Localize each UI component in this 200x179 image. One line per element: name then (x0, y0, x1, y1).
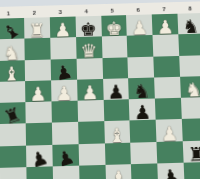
square-h4[interactable] (79, 165, 106, 179)
square-a5[interactable]: ♚ (101, 15, 127, 37)
square-a7[interactable]: ♟ (152, 14, 178, 36)
square-c4[interactable] (76, 58, 102, 80)
square-f4[interactable] (78, 121, 105, 143)
square-b8[interactable] (178, 34, 200, 56)
square-e4[interactable] (77, 100, 104, 122)
square-e3[interactable] (51, 101, 77, 123)
square-h5[interactable]: ♟ (105, 164, 132, 179)
square-c5[interactable] (102, 57, 128, 79)
square-g7[interactable] (157, 141, 184, 163)
square-d3[interactable]: ♟ (51, 79, 77, 101)
square-g3[interactable]: ♟ (52, 144, 79, 166)
square-f3[interactable] (52, 122, 79, 144)
square-g4[interactable] (78, 143, 105, 165)
square-c2[interactable] (25, 59, 51, 81)
square-b5[interactable] (101, 36, 127, 58)
square-b6[interactable] (127, 35, 153, 57)
square-e6[interactable]: ♟ (129, 99, 156, 121)
square-d5[interactable]: ♟ (103, 78, 130, 100)
piece-black-pawn[interactable]: ♟ (161, 166, 182, 179)
square-e5[interactable] (103, 99, 130, 121)
square-f8[interactable] (182, 118, 200, 140)
square-b7[interactable] (153, 35, 180, 57)
square-a6[interactable]: ♟ (126, 14, 152, 36)
square-a3[interactable]: ♟ (50, 17, 76, 39)
square-d7[interactable] (154, 77, 181, 99)
square-h2[interactable] (26, 166, 53, 179)
square-c3[interactable]: ♟ (50, 58, 76, 80)
square-d8[interactable]: ♞ (180, 76, 200, 98)
board-grid: ♝♜♟♚♚♟♟♞♞♛♝♟♟♟♟♟♞♞♜♟♝♟♟♟♜♟♟ (0, 13, 200, 179)
square-f7[interactable]: ♟ (156, 119, 183, 141)
square-c1[interactable]: ♝ (0, 60, 25, 82)
square-f5[interactable]: ♝ (104, 121, 131, 143)
square-e2[interactable] (25, 101, 51, 123)
square-d4[interactable]: ♟ (77, 79, 103, 101)
square-b1[interactable]: ♞ (0, 39, 25, 61)
square-c8[interactable] (179, 55, 200, 77)
square-h3[interactable] (52, 165, 79, 179)
square-b3[interactable] (50, 37, 76, 59)
square-g6[interactable] (131, 141, 158, 163)
square-g5[interactable] (104, 142, 131, 164)
square-c6[interactable] (128, 56, 155, 78)
square-g1[interactable] (0, 145, 26, 167)
chessboard-photo: 12345678 ♝♜♟♚♚♟♟♞♞♛♝♟♟♟♟♟♞♞♜♟♝♟♟♟♜♟♟ (0, 0, 200, 179)
square-h6[interactable] (131, 163, 158, 179)
square-f6[interactable] (130, 120, 157, 142)
square-g2[interactable]: ♟ (26, 144, 53, 166)
square-d6[interactable]: ♞ (128, 77, 155, 99)
square-b2[interactable] (24, 38, 50, 60)
square-e1[interactable]: ♜ (0, 102, 26, 124)
chessboard: 12345678 ♝♜♟♚♚♟♟♞♞♛♝♟♟♟♟♟♞♞♜♟♝♟♟♟♜♟♟ (0, 1, 200, 179)
square-e7[interactable] (155, 98, 182, 120)
piece-white-pawn[interactable]: ♟ (110, 168, 128, 179)
square-f1[interactable] (0, 124, 26, 146)
square-h7[interactable]: ♟ (158, 162, 185, 179)
square-b4[interactable]: ♛ (76, 37, 102, 59)
square-a1[interactable]: ♝ (0, 18, 24, 40)
square-e8[interactable] (181, 97, 200, 119)
square-h1[interactable] (0, 167, 27, 179)
square-f2[interactable] (26, 123, 53, 145)
square-d2[interactable]: ♟ (25, 80, 51, 102)
square-a8[interactable]: ♞ (178, 13, 200, 34)
square-d1[interactable] (0, 81, 25, 103)
square-g8[interactable]: ♜ (183, 140, 200, 162)
square-a4[interactable]: ♚ (75, 16, 101, 38)
square-a2[interactable]: ♜ (24, 17, 50, 39)
square-h8[interactable] (184, 162, 200, 179)
square-c7[interactable] (154, 55, 181, 77)
